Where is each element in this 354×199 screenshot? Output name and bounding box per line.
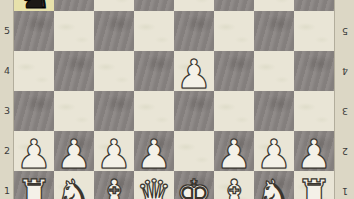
square-b1[interactable]: ♞: [54, 171, 94, 199]
piece-white-queen-d1[interactable]: ♛: [134, 174, 174, 199]
square-d6[interactable]: [134, 0, 174, 11]
square-a4[interactable]: [14, 51, 54, 91]
square-h2[interactable]: ♟: [294, 131, 334, 171]
square-f2[interactable]: ♟: [214, 131, 254, 171]
piece-white-knight-b1[interactable]: ♞: [54, 174, 94, 199]
rank-label-right-2: 2: [336, 145, 354, 157]
rank-label-right-3: 3: [336, 105, 354, 117]
square-g5[interactable]: [254, 11, 294, 51]
square-d4[interactable]: [134, 51, 174, 91]
square-g1[interactable]: ♞: [254, 171, 294, 199]
piece-white-pawn-a2[interactable]: ♟: [14, 134, 54, 174]
square-b2[interactable]: ♟: [54, 131, 94, 171]
square-e2[interactable]: [174, 131, 214, 171]
square-f3[interactable]: [214, 91, 254, 131]
piece-white-pawn-h2[interactable]: ♟: [294, 134, 334, 174]
square-a1[interactable]: ♜: [14, 171, 54, 199]
rank-label-right-1: 1: [336, 185, 354, 197]
square-b5[interactable]: [54, 11, 94, 51]
square-f5[interactable]: [214, 11, 254, 51]
rank-label-left-5: 5: [0, 25, 14, 37]
piece-white-bishop-c1[interactable]: ♝: [94, 174, 134, 199]
piece-white-pawn-f2[interactable]: ♟: [214, 134, 254, 174]
square-c3[interactable]: [94, 91, 134, 131]
square-d1[interactable]: ♛: [134, 171, 174, 199]
rank-label-right-4: 4: [336, 65, 354, 77]
square-h5[interactable]: [294, 11, 334, 51]
square-d5[interactable]: [134, 11, 174, 51]
rank-label-left-4: 4: [0, 65, 14, 77]
square-g3[interactable]: [254, 91, 294, 131]
piece-white-pawn-b2[interactable]: ♟: [54, 134, 94, 174]
square-e1[interactable]: ♚: [174, 171, 214, 199]
piece-white-rook-a1[interactable]: ♜: [14, 174, 54, 199]
piece-white-knight-g1[interactable]: ♞: [254, 174, 294, 199]
square-f1[interactable]: ♝: [214, 171, 254, 199]
square-e3[interactable]: [174, 91, 214, 131]
square-a2[interactable]: ♟: [14, 131, 54, 171]
square-h4[interactable]: [294, 51, 334, 91]
square-c2[interactable]: ♟: [94, 131, 134, 171]
square-g2[interactable]: ♟: [254, 131, 294, 171]
square-e4[interactable]: ♟: [174, 51, 214, 91]
square-b3[interactable]: [54, 91, 94, 131]
rank-label-left-1: 1: [0, 185, 14, 197]
rank-label-left-2: 2: [0, 145, 14, 157]
piece-white-pawn-d2[interactable]: ♟: [134, 134, 174, 174]
square-f4[interactable]: [214, 51, 254, 91]
square-c6[interactable]: [94, 0, 134, 11]
piece-white-pawn-g2[interactable]: ♟: [254, 134, 294, 174]
square-e5[interactable]: [174, 11, 214, 51]
square-c5[interactable]: [94, 11, 134, 51]
square-g4[interactable]: [254, 51, 294, 91]
square-c1[interactable]: ♝: [94, 171, 134, 199]
chess-board: ♞♟♟♟♟♟♟♟♟♜♞♝♛♚♝♞♜: [14, 0, 334, 199]
square-f6[interactable]: [214, 0, 254, 11]
square-h3[interactable]: [294, 91, 334, 131]
square-c4[interactable]: [94, 51, 134, 91]
square-d2[interactable]: ♟: [134, 131, 174, 171]
piece-white-rook-h1[interactable]: ♜: [294, 174, 334, 199]
piece-white-pawn-c2[interactable]: ♟: [94, 134, 134, 174]
rank-label-right-5: 5: [336, 25, 354, 37]
square-a6[interactable]: ♞: [14, 0, 54, 11]
piece-white-pawn-e4[interactable]: ♟: [174, 54, 214, 94]
square-h1[interactable]: ♜: [294, 171, 334, 199]
square-d3[interactable]: [134, 91, 174, 131]
square-g6[interactable]: [254, 0, 294, 11]
square-b4[interactable]: [54, 51, 94, 91]
square-b6[interactable]: [54, 0, 94, 11]
square-a3[interactable]: [14, 91, 54, 131]
piece-white-king-e1[interactable]: ♚: [174, 174, 214, 199]
piece-white-bishop-f1[interactable]: ♝: [214, 174, 254, 199]
rank-label-left-3: 3: [0, 105, 14, 117]
square-e6[interactable]: [174, 0, 214, 11]
square-a5[interactable]: [14, 11, 54, 51]
square-h6[interactable]: [294, 0, 334, 11]
chess-board-panel: ♞♟♟♟♟♟♟♟♟♜♞♝♛♚♝♞♜ 5432154321: [0, 0, 354, 199]
